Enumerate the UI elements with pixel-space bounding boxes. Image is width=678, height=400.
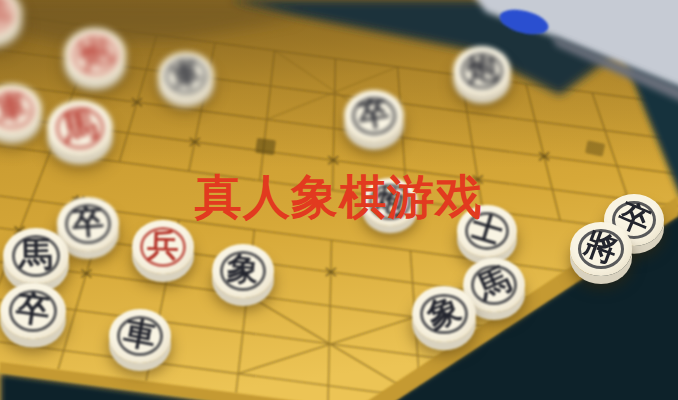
overlay-title: 真人象棋游戏 xyxy=(195,166,483,229)
piece-character: 卒 xyxy=(71,206,105,240)
piece-character: 馬 xyxy=(19,238,53,272)
piece-character: 馬 xyxy=(60,106,100,146)
piece-disc: 卒 xyxy=(344,90,404,142)
xiangqi-piece-red-1: 炮 xyxy=(64,28,126,81)
xiangqi-piece-black-10: 象 xyxy=(212,244,274,297)
xiangqi-piece-black-5: 卒 xyxy=(344,90,404,142)
xiangqi-piece-red-4: 馬 xyxy=(47,100,113,157)
piece-disc: 兵 xyxy=(132,220,194,273)
xiangqi-piece-black-6: 炮 xyxy=(453,46,511,96)
piece-disc: 車 xyxy=(109,309,171,362)
piece-disc: 炮 xyxy=(453,46,511,96)
xiangqi-piece-red-9: 兵 xyxy=(132,220,194,273)
piece-character: 卒 xyxy=(14,291,52,329)
xiangqi-piece-black-12: 車 xyxy=(109,309,171,362)
piece-character: 兵 xyxy=(147,229,180,262)
piece-character: 象 xyxy=(226,253,260,287)
piece-disc: 炮 xyxy=(64,28,126,81)
piece-disc: 相 xyxy=(0,0,22,40)
piece-disc: 象 xyxy=(212,244,274,297)
xiangqi-photo-scene: 楚河 相炮車車馬卒炮卒馬兵象卒車炮士將卒馬象 真人象棋游戏 xyxy=(0,0,678,400)
piece-character: 炮 xyxy=(466,53,499,86)
piece-disc: 車 xyxy=(158,52,214,100)
piece-disc: 馬 xyxy=(47,100,113,157)
piece-disc: 象 xyxy=(412,286,476,341)
piece-disc: 卒 xyxy=(0,283,66,340)
piece-character: 車 xyxy=(121,316,158,353)
xiangqi-piece-red-3: 車 xyxy=(0,84,42,136)
xiangqi-piece-black-2: 車 xyxy=(158,52,214,100)
xiangqi-piece-black-11: 卒 xyxy=(0,283,66,340)
piece-disc: 馬 xyxy=(3,228,69,285)
piece-disc: 車 xyxy=(0,84,42,136)
xiangqi-piece-black-15: 將 xyxy=(570,222,632,275)
piece-disc: 將 xyxy=(570,222,632,275)
xiangqi-piece-black-8: 馬 xyxy=(3,228,69,285)
piece-character: 卒 xyxy=(356,97,391,132)
xiangqi-piece-black-18: 象 xyxy=(412,286,476,341)
xiangqi-piece-red-0: 相 xyxy=(0,0,22,40)
